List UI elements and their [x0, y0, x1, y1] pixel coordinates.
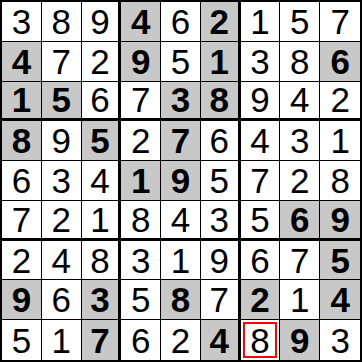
cell-r1c1[interactable]: 3	[2, 2, 42, 42]
cell-r8c1[interactable]: 9	[2, 280, 42, 320]
cell-r3c4[interactable]: 7	[121, 82, 161, 122]
cell-r1c6[interactable]: 2	[201, 2, 241, 42]
cell-r6c8[interactable]: 6	[280, 201, 320, 241]
cell-r4c5[interactable]: 7	[161, 121, 201, 161]
cell-r3c6[interactable]: 8	[201, 82, 241, 122]
sudoku-board: 3894621574729513861567389428952764316341…	[0, 0, 362, 362]
cell-r6c5[interactable]: 4	[161, 201, 201, 241]
cell-r8c7[interactable]: 2	[241, 280, 281, 320]
cell-r5c5[interactable]: 9	[161, 161, 201, 201]
cell-r6c9[interactable]: 9	[320, 201, 360, 241]
cell-r2c7[interactable]: 3	[241, 42, 281, 82]
cell-r9c9[interactable]: 3	[320, 320, 360, 360]
cell-r6c7[interactable]: 5	[241, 201, 281, 241]
cell-r3c5[interactable]: 3	[161, 82, 201, 122]
cell-r4c9[interactable]: 1	[320, 121, 360, 161]
cell-r8c9[interactable]: 4	[320, 280, 360, 320]
cell-r5c3[interactable]: 4	[82, 161, 122, 201]
cell-r8c8[interactable]: 1	[280, 280, 320, 320]
cell-r5c2[interactable]: 3	[42, 161, 82, 201]
cell-r4c6[interactable]: 6	[201, 121, 241, 161]
cell-r9c4[interactable]: 6	[121, 320, 161, 360]
cell-r8c3[interactable]: 3	[82, 280, 122, 320]
cell-r6c1[interactable]: 7	[2, 201, 42, 241]
cell-r7c5[interactable]: 1	[161, 241, 201, 281]
cell-r8c6[interactable]: 7	[201, 280, 241, 320]
cell-r1c5[interactable]: 6	[161, 2, 201, 42]
cell-r9c7[interactable]: 8	[241, 320, 281, 360]
cell-r2c9[interactable]: 6	[320, 42, 360, 82]
cell-r1c7[interactable]: 1	[241, 2, 281, 42]
cell-r9c8[interactable]: 9	[280, 320, 320, 360]
cell-r3c8[interactable]: 4	[280, 82, 320, 122]
cell-r4c2[interactable]: 9	[42, 121, 82, 161]
cell-r6c3[interactable]: 1	[82, 201, 122, 241]
cell-r6c2[interactable]: 2	[42, 201, 82, 241]
cell-r3c1[interactable]: 1	[2, 82, 42, 122]
cell-r6c6[interactable]: 3	[201, 201, 241, 241]
cell-r7c9[interactable]: 5	[320, 241, 360, 281]
cell-r4c7[interactable]: 4	[241, 121, 281, 161]
cell-r4c4[interactable]: 2	[121, 121, 161, 161]
cell-r7c4[interactable]: 3	[121, 241, 161, 281]
cell-r4c8[interactable]: 3	[280, 121, 320, 161]
cell-r7c6[interactable]: 9	[201, 241, 241, 281]
cell-r5c7[interactable]: 7	[241, 161, 281, 201]
cell-r6c4[interactable]: 8	[121, 201, 161, 241]
cell-r1c9[interactable]: 7	[320, 2, 360, 42]
cell-r7c7[interactable]: 6	[241, 241, 281, 281]
cell-r2c2[interactable]: 7	[42, 42, 82, 82]
cell-r1c3[interactable]: 9	[82, 2, 122, 42]
cell-r4c3[interactable]: 5	[82, 121, 122, 161]
cell-r2c3[interactable]: 2	[82, 42, 122, 82]
cell-r9c1[interactable]: 5	[2, 320, 42, 360]
cell-r7c1[interactable]: 2	[2, 241, 42, 281]
cell-r7c3[interactable]: 8	[82, 241, 122, 281]
cell-r5c4[interactable]: 1	[121, 161, 161, 201]
cell-r8c5[interactable]: 8	[161, 280, 201, 320]
cell-r9c6[interactable]: 4	[201, 320, 241, 360]
cell-r3c9[interactable]: 2	[320, 82, 360, 122]
cell-r8c2[interactable]: 6	[42, 280, 82, 320]
cell-r4c1[interactable]: 8	[2, 121, 42, 161]
cell-r2c8[interactable]: 8	[280, 42, 320, 82]
cell-r2c5[interactable]: 5	[161, 42, 201, 82]
cell-r9c3[interactable]: 7	[82, 320, 122, 360]
cell-r5c9[interactable]: 8	[320, 161, 360, 201]
cell-r1c2[interactable]: 8	[42, 2, 82, 42]
cell-r9c5[interactable]: 2	[161, 320, 201, 360]
cell-r7c8[interactable]: 7	[280, 241, 320, 281]
cell-r3c2[interactable]: 5	[42, 82, 82, 122]
cell-r7c2[interactable]: 4	[42, 241, 82, 281]
cell-r8c4[interactable]: 5	[121, 280, 161, 320]
cell-r5c1[interactable]: 6	[2, 161, 42, 201]
cell-r1c8[interactable]: 5	[280, 2, 320, 42]
cell-r2c1[interactable]: 4	[2, 42, 42, 82]
cell-r1c4[interactable]: 4	[121, 2, 161, 42]
cell-r9c2[interactable]: 1	[42, 320, 82, 360]
cell-r3c7[interactable]: 9	[241, 82, 281, 122]
cell-r2c6[interactable]: 1	[201, 42, 241, 82]
cell-r2c4[interactable]: 9	[121, 42, 161, 82]
cell-r3c3[interactable]: 6	[82, 82, 122, 122]
cell-r5c8[interactable]: 2	[280, 161, 320, 201]
cell-r5c6[interactable]: 5	[201, 161, 241, 201]
